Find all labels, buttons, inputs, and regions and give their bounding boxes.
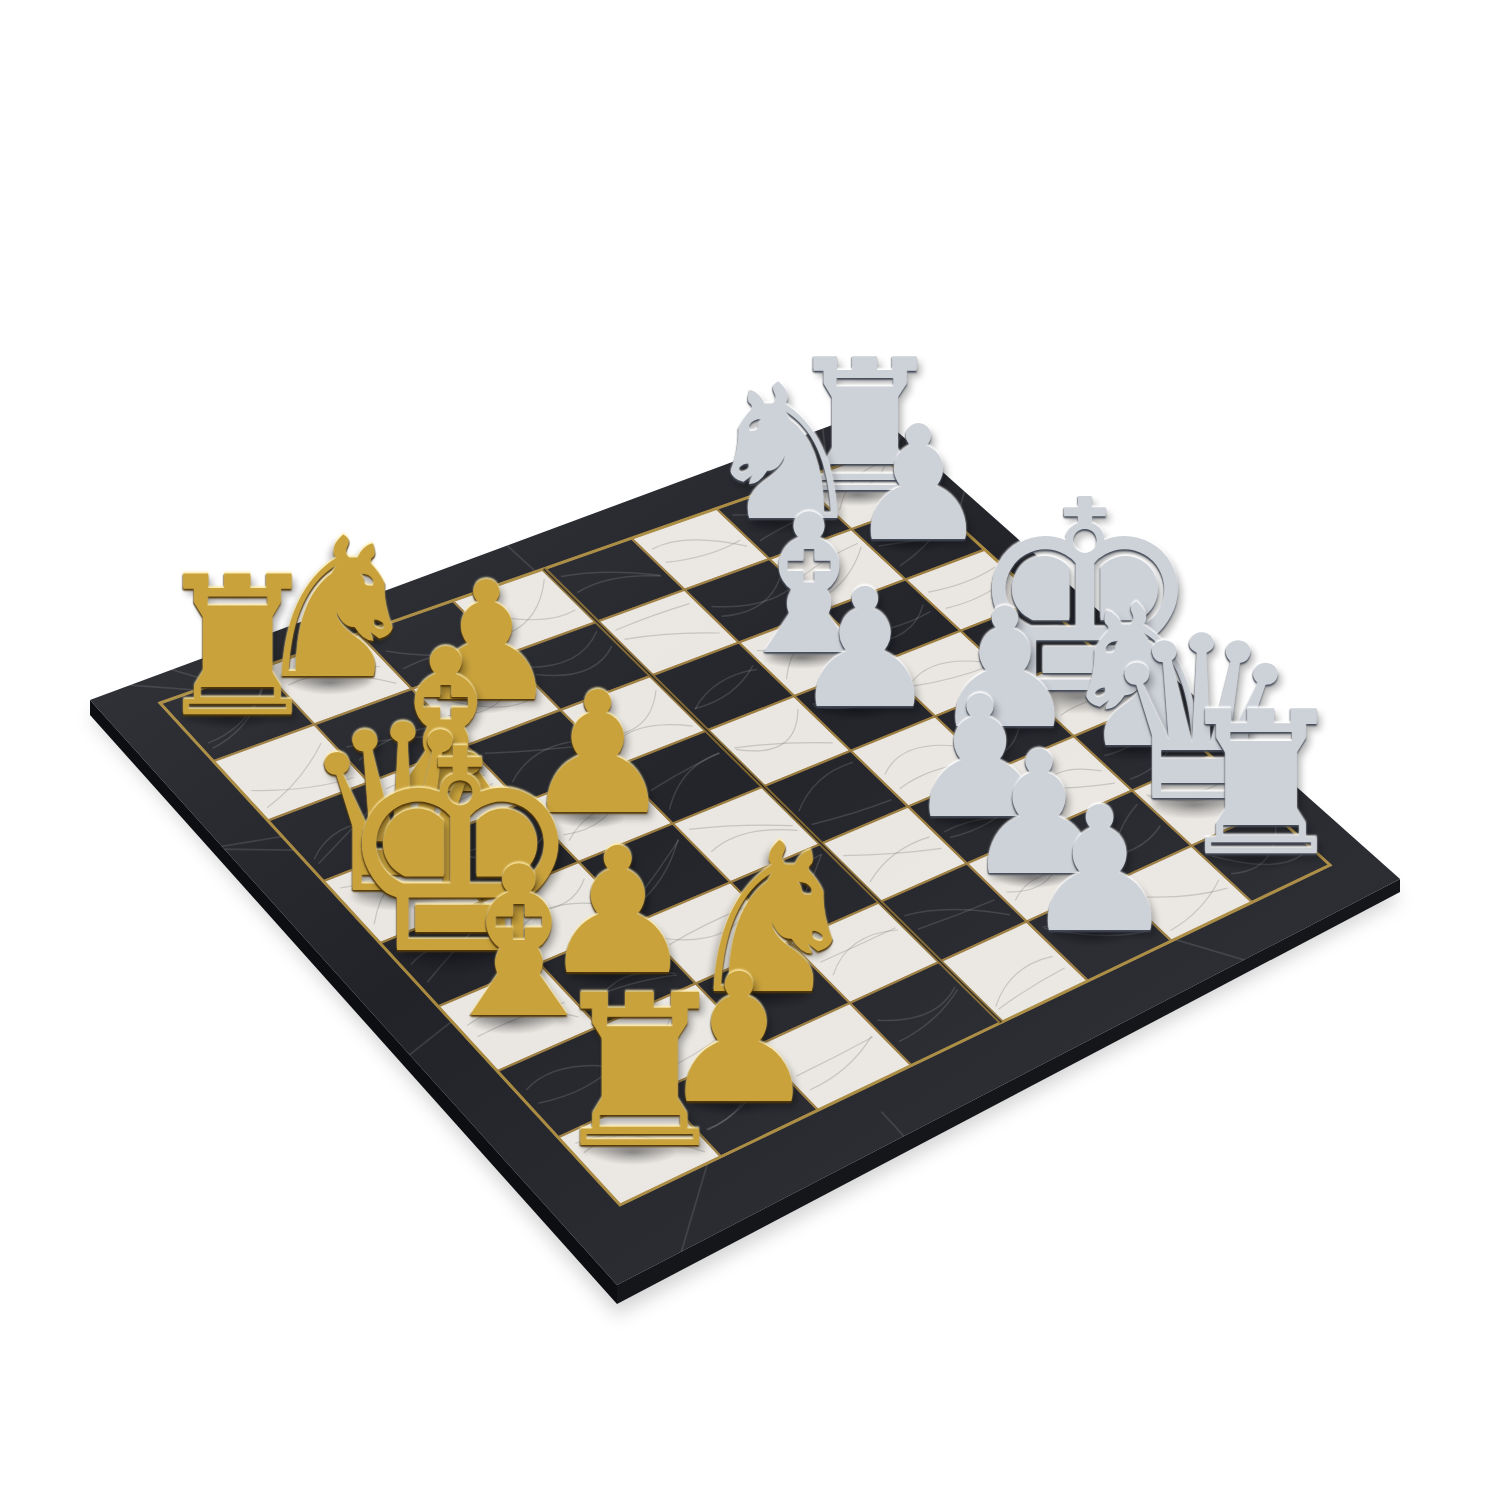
rook-glyph: ♜ (546, 968, 735, 1178)
marble-vein (224, 849, 299, 850)
piece-silver-rook-h8[interactable]: ♜ (1172, 687, 1350, 885)
piece-gold-rook-a1[interactable]: ♜ (151, 550, 324, 743)
rook-glyph: ♜ (1172, 687, 1350, 885)
chess-set-photo: ♜♞♟♝♞♚♟♟♜♟♞♝♛♟♟♜♟♛♟♚♟♞♝♟♜ (0, 0, 1500, 1500)
rook-glyph: ♜ (151, 550, 324, 743)
piece-silver-pawn-h6[interactable]: ♟ (1022, 785, 1177, 958)
piece-gold-rook-h1[interactable]: ♜ (546, 968, 735, 1178)
pawn-glyph: ♟ (1022, 785, 1177, 958)
